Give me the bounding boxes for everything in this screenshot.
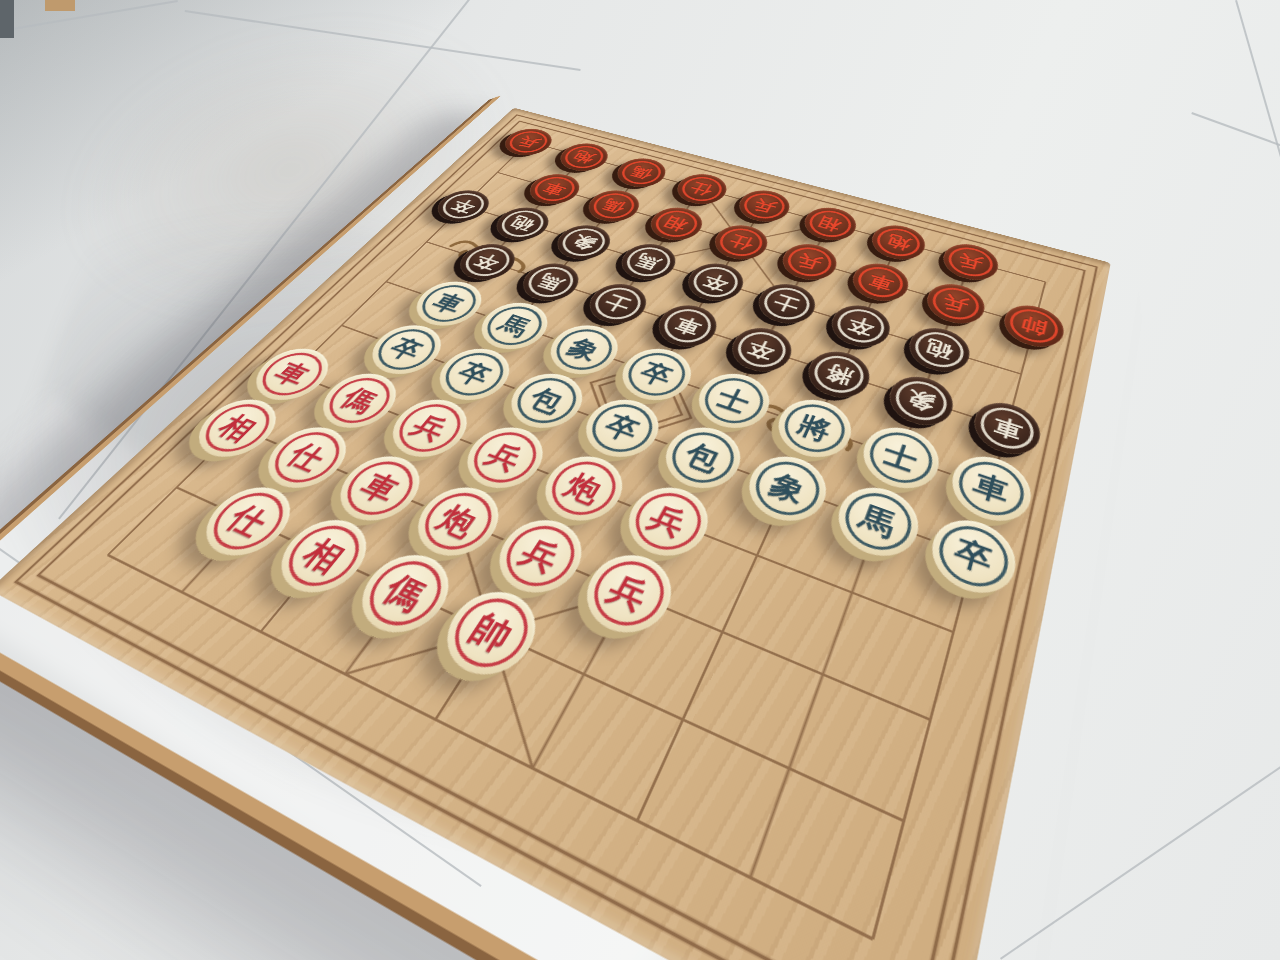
- piece-glyph: 傌: [627, 164, 655, 180]
- piece-glyph: 砲: [923, 337, 954, 362]
- piece-glyph: 象: [564, 335, 604, 363]
- piece-glyph: 馬: [633, 251, 664, 271]
- piece-wooden-red-elephant[interactable]: 相: [642, 203, 710, 246]
- piece-glyph: 將: [794, 411, 835, 444]
- piece-glyph: 車: [971, 469, 1012, 507]
- piece-wooden-red-advisor[interactable]: 仕: [707, 220, 775, 265]
- piece-wooden-red-general[interactable]: 帥: [999, 299, 1067, 353]
- piece-glyph: 卒: [845, 314, 876, 338]
- piece-glyph: 炮: [433, 501, 482, 541]
- piece-glyph: 將: [822, 361, 855, 387]
- piece-wooden-black-advisor[interactable]: 士: [579, 278, 655, 330]
- piece-ivory-blue-chariot[interactable]: 車: [945, 447, 1037, 532]
- piece-glyph: 兵: [516, 534, 566, 576]
- piece-glyph: 馬: [495, 312, 535, 339]
- piece-glyph: 傌: [599, 197, 628, 215]
- piece-wooden-red-soldier[interactable]: 兵: [921, 278, 989, 330]
- piece-glyph: 傌: [378, 570, 431, 615]
- piece-glyph: 炮: [570, 149, 598, 165]
- piece-glyph: 炮: [561, 469, 607, 507]
- piece-wooden-black-soldier[interactable]: 卒: [428, 186, 499, 227]
- piece-wooden-red-soldier[interactable]: 兵: [732, 186, 797, 227]
- piece-wooden-red-soldier[interactable]: 兵: [496, 125, 560, 160]
- piece-glyph: 帥: [464, 608, 518, 656]
- piece-ivory-red-soldier[interactable]: 兵: [571, 544, 684, 646]
- piece-wooden-black-soldier[interactable]: 卒: [824, 299, 896, 353]
- piece-wooden-black-soldier[interactable]: 卒: [449, 239, 524, 286]
- piece-wooden-red-horse[interactable]: 傌: [609, 154, 673, 192]
- piece-glyph: 仕: [222, 501, 274, 541]
- piece-glyph: 相: [214, 411, 262, 444]
- piece-glyph: 卒: [453, 359, 496, 389]
- piece-wooden-red-soldier[interactable]: 兵: [775, 239, 843, 286]
- piece-wooden-black-elephant[interactable]: 象: [548, 220, 619, 265]
- piece-glyph: 車: [866, 271, 896, 292]
- piece-glyph: 仕: [726, 232, 756, 251]
- piece-ivory-red-cannon[interactable]: 炮: [401, 477, 512, 567]
- piece-glyph: 車: [540, 180, 569, 197]
- photo-scene: 兵炮傌仕兵相炮兵車傌相仕兵車兵帥卒砲象馬卒士卒砲卒馬士車卒將象車車馬象卒士將士車…: [0, 0, 1280, 960]
- piece-wooden-black-soldier[interactable]: 卒: [723, 321, 799, 378]
- piece-glyph: 兵: [956, 251, 984, 271]
- piece-glyph: 兵: [482, 439, 528, 474]
- perspective-scene: 兵炮傌仕兵相炮兵車傌相仕兵車兵帥卒砲象馬卒士卒砲卒馬士車卒將象車車馬象卒士將士車…: [0, 0, 1280, 960]
- piece-ivory-blue-horse[interactable]: 馬: [828, 477, 926, 567]
- piece-wooden-black-advisor[interactable]: 士: [750, 278, 822, 330]
- piece-glyph: 車: [429, 290, 469, 316]
- piece-wooden-black-horse[interactable]: 馬: [513, 258, 588, 307]
- piece-glyph: 兵: [794, 251, 824, 271]
- piece-glyph: 兵: [515, 134, 543, 149]
- piece-glyph: 卒: [601, 411, 644, 444]
- piece-glyph: 兵: [750, 197, 778, 215]
- xiangqi-board: 兵炮傌仕兵相炮兵車傌相仕兵車兵帥卒砲象馬卒士卒砲卒馬士車卒將象車車馬象卒士將士車…: [0, 91, 1144, 960]
- piece-glyph: 士: [880, 440, 921, 475]
- piece-ivory-red-general[interactable]: 帥: [430, 580, 551, 689]
- piece-glyph: 仕: [688, 180, 716, 197]
- piece-glyph: 仕: [283, 439, 331, 474]
- piece-glyph: 傌: [337, 384, 382, 416]
- piece-wooden-black-horse[interactable]: 馬: [612, 239, 684, 286]
- piece-wooden-black-chariot[interactable]: 車: [968, 395, 1045, 462]
- piece-wooden-red-horse[interactable]: 傌: [580, 186, 648, 227]
- piece-glyph: 相: [298, 534, 351, 576]
- piece-wooden-red-cannon[interactable]: 炮: [866, 220, 931, 265]
- piece-glyph: 馬: [856, 501, 900, 541]
- piece-glyph: 馬: [534, 271, 567, 292]
- pieces-layer: 兵炮傌仕兵相炮兵車傌相仕兵車兵帥卒砲象馬卒士卒砲卒馬士車卒將象車車馬象卒士將士車…: [0, 108, 1111, 960]
- piece-glyph: 士: [601, 292, 634, 314]
- piece-glyph: 士: [771, 292, 802, 314]
- piece-glyph: 卒: [952, 535, 996, 577]
- piece-glyph: 砲: [507, 214, 538, 233]
- piece-glyph: 車: [270, 359, 315, 389]
- piece-wooden-red-advisor[interactable]: 仕: [669, 170, 733, 209]
- piece-wooden-red-cannon[interactable]: 炮: [552, 139, 616, 175]
- piece-wooden-black-soldier[interactable]: 卒: [679, 258, 751, 307]
- piece-wooden-red-chariot[interactable]: 車: [846, 258, 914, 307]
- piece-wooden-red-soldier[interactable]: 兵: [937, 239, 1002, 286]
- piece-glyph: 包: [681, 439, 724, 474]
- piece-glyph: 車: [671, 314, 704, 338]
- piece-glyph: 相: [661, 214, 691, 233]
- piece-glyph: 兵: [407, 411, 453, 444]
- piece-glyph: 相: [816, 214, 844, 233]
- piece-glyph: 士: [713, 384, 754, 416]
- piece-glyph: 兵: [644, 501, 690, 541]
- piece-glyph: 卒: [471, 251, 504, 271]
- piece-glyph: 車: [356, 469, 405, 506]
- piece-glyph: 包: [525, 384, 568, 416]
- piece-glyph: 卒: [745, 337, 778, 362]
- piece-glyph: 卒: [448, 197, 479, 215]
- piece-glyph: 車: [990, 413, 1023, 442]
- piece-glyph: 卒: [636, 359, 676, 389]
- piece-glyph: 帥: [1019, 314, 1049, 338]
- piece-glyph: 象: [766, 469, 809, 507]
- piece-wooden-black-cannon[interactable]: 砲: [902, 322, 974, 379]
- piece-glyph: 炮: [884, 232, 912, 251]
- piece-glyph: 兵: [940, 292, 970, 314]
- piece-wooden-black-elephant[interactable]: 象: [882, 369, 959, 432]
- piece-glyph: 兵: [603, 570, 653, 615]
- piece-glyph: 卒: [700, 271, 731, 292]
- piece-wooden-black-cannon[interactable]: 砲: [487, 203, 558, 246]
- piece-wooden-red-chariot[interactable]: 車: [520, 170, 587, 209]
- piece-glyph: 象: [568, 232, 599, 251]
- piece-ivory-blue-soldier[interactable]: 卒: [924, 510, 1022, 606]
- piece-ivory-blue-elephant[interactable]: 象: [738, 447, 836, 532]
- piece-wooden-red-elephant[interactable]: 相: [797, 203, 862, 246]
- piece-glyph: 象: [904, 387, 937, 415]
- piece-wooden-black-general[interactable]: 將: [800, 345, 876, 405]
- piece-glyph: 卒: [385, 335, 427, 363]
- piece-wooden-black-chariot[interactable]: 車: [649, 299, 725, 353]
